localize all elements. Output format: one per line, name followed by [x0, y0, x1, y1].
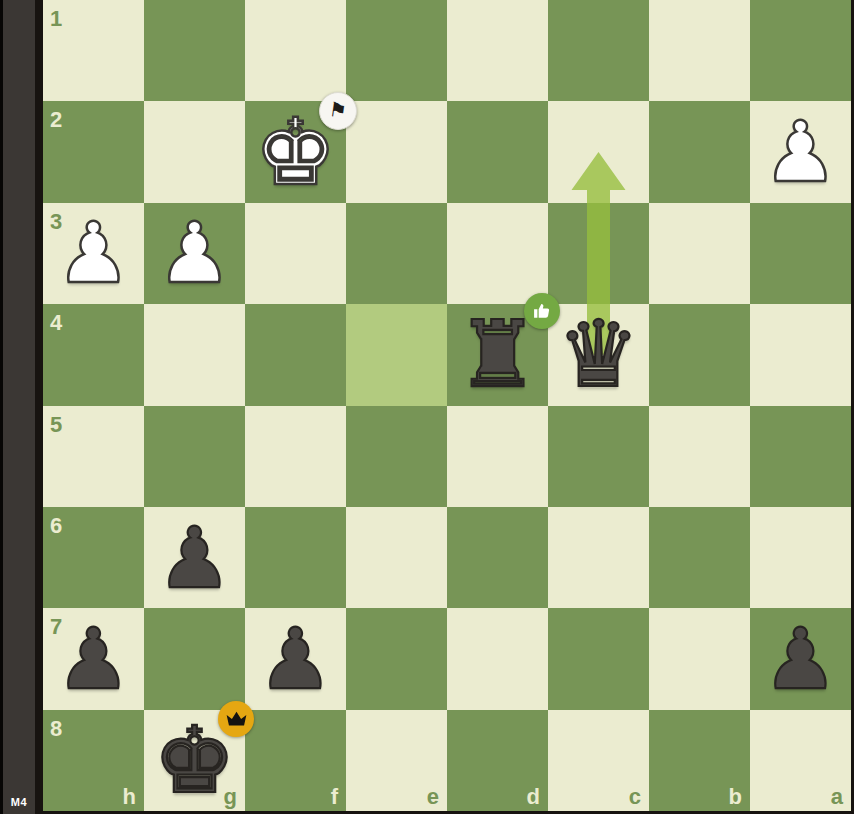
square-c8[interactable]: c	[548, 710, 649, 811]
square-f1[interactable]	[245, 0, 346, 101]
square-e1[interactable]	[346, 0, 447, 101]
square-a3[interactable]	[750, 203, 851, 304]
square-c3[interactable]	[548, 203, 649, 304]
square-f5[interactable]	[245, 406, 346, 507]
square-h5[interactable]: 5	[43, 406, 144, 507]
black-queen-c4[interactable]: ♛	[548, 304, 649, 405]
square-b5[interactable]	[649, 406, 750, 507]
square-e2[interactable]	[346, 101, 447, 202]
file-label-b: b	[729, 786, 742, 808]
thumbs-up-icon	[532, 301, 552, 321]
white-pawn-g3[interactable]: ♟	[144, 203, 245, 304]
square-a4[interactable]	[750, 304, 851, 405]
square-d1[interactable]	[447, 0, 548, 101]
square-d7[interactable]	[447, 608, 548, 709]
square-a6[interactable]	[750, 507, 851, 608]
file-label-e: e	[427, 786, 439, 808]
white-pawn-a2[interactable]: ♟	[750, 101, 851, 202]
square-h6[interactable]: 6	[43, 507, 144, 608]
black-pawn-h7[interactable]: ♟	[43, 608, 144, 709]
rank-label-8: 8	[50, 718, 62, 740]
square-e4[interactable]	[346, 304, 447, 405]
square-e7[interactable]	[346, 608, 447, 709]
square-c7[interactable]	[548, 608, 649, 709]
rank-label-2: 2	[50, 109, 62, 131]
square-h1[interactable]: 1	[43, 0, 144, 101]
square-b2[interactable]	[649, 101, 750, 202]
square-a8[interactable]: a	[750, 710, 851, 811]
thumbs-up-badge	[524, 293, 560, 329]
square-g2[interactable]	[144, 101, 245, 202]
black-pawn-f7[interactable]: ♟	[245, 608, 346, 709]
square-b1[interactable]	[649, 0, 750, 101]
crown-badge	[218, 701, 254, 737]
square-h8[interactable]: 8h	[43, 710, 144, 811]
rank-label-4: 4	[50, 312, 62, 334]
evaluation-bar: M4	[0, 0, 43, 814]
black-pawn-g6[interactable]: ♟	[144, 507, 245, 608]
rank-label-5: 5	[50, 414, 62, 436]
evaluation-mate-label: M4	[3, 796, 35, 808]
winner-crown-icon	[226, 711, 247, 727]
square-f3[interactable]	[245, 203, 346, 304]
square-d6[interactable]	[447, 507, 548, 608]
square-c2[interactable]	[548, 101, 649, 202]
black-pawn-a7[interactable]: ♟	[750, 608, 851, 709]
square-a1[interactable]	[750, 0, 851, 101]
file-label-c: c	[629, 786, 641, 808]
chess-board[interactable]: 12345678hgfedcba♚♟♟♟♚♛♜♟♟♟♟⚑	[43, 0, 851, 811]
square-b4[interactable]	[649, 304, 750, 405]
evaluation-bar-black-fill	[3, 0, 35, 814]
file-label-h: h	[123, 786, 136, 808]
file-label-f: f	[331, 786, 338, 808]
square-h4[interactable]: 4	[43, 304, 144, 405]
square-g4[interactable]	[144, 304, 245, 405]
square-f6[interactable]	[245, 507, 346, 608]
file-label-a: a	[831, 786, 843, 808]
square-f4[interactable]	[245, 304, 346, 405]
square-h2[interactable]: 2	[43, 101, 144, 202]
game-over-flag-icon: ⚑	[328, 99, 349, 121]
square-e8[interactable]: e	[346, 710, 447, 811]
square-f8[interactable]: f	[245, 710, 346, 811]
square-g1[interactable]	[144, 0, 245, 101]
file-label-d: d	[527, 786, 540, 808]
square-c6[interactable]	[548, 507, 649, 608]
square-e3[interactable]	[346, 203, 447, 304]
square-a5[interactable]	[750, 406, 851, 507]
square-b8[interactable]: b	[649, 710, 750, 811]
square-e6[interactable]	[346, 507, 447, 608]
square-d8[interactable]: d	[447, 710, 548, 811]
square-d3[interactable]	[447, 203, 548, 304]
rank-label-6: 6	[50, 515, 62, 537]
square-d5[interactable]	[447, 406, 548, 507]
square-e5[interactable]	[346, 406, 447, 507]
square-b6[interactable]	[649, 507, 750, 608]
square-g5[interactable]	[144, 406, 245, 507]
square-c1[interactable]	[548, 0, 649, 101]
rank-label-1: 1	[50, 8, 62, 30]
white-pawn-h3[interactable]: ♟	[43, 203, 144, 304]
square-c5[interactable]	[548, 406, 649, 507]
square-b3[interactable]	[649, 203, 750, 304]
square-b7[interactable]	[649, 608, 750, 709]
square-d2[interactable]	[447, 101, 548, 202]
square-g7[interactable]	[144, 608, 245, 709]
